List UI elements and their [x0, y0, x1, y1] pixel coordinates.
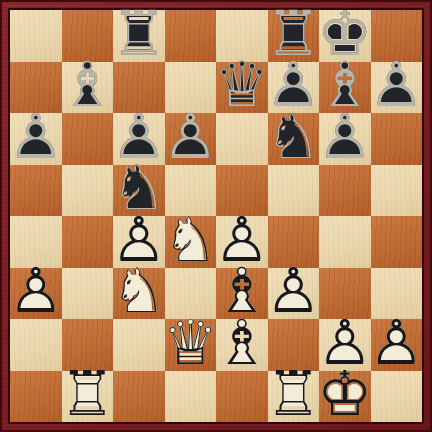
piece-white-pawn[interactable]: ♟♙: [319, 319, 371, 371]
piece-black-knight[interactable]: ♞♘: [113, 165, 165, 217]
square-e8[interactable]: [216, 10, 268, 62]
piece-white-queen[interactable]: ♛♕: [165, 319, 217, 371]
square-a4[interactable]: [10, 216, 62, 268]
square-d7[interactable]: [165, 62, 217, 114]
square-e7[interactable]: ♛♕: [216, 62, 268, 114]
black-pawn-outline: ♙: [317, 106, 373, 168]
square-g5[interactable]: [319, 165, 371, 217]
piece-black-pawn[interactable]: ♟♙: [319, 113, 371, 165]
piece-black-queen[interactable]: ♛♕: [216, 62, 268, 114]
square-e5[interactable]: [216, 165, 268, 217]
piece-white-bishop[interactable]: ♝♗: [216, 319, 268, 371]
white-pawn-glyph: ♟: [214, 209, 270, 271]
square-e2[interactable]: ♝♗: [216, 319, 268, 371]
black-knight-outline: ♘: [111, 157, 167, 219]
black-rook-glyph: ♜: [111, 3, 167, 65]
piece-white-knight[interactable]: ♞♘: [165, 216, 217, 268]
square-d4[interactable]: ♞♘: [165, 216, 217, 268]
white-pawn-outline: ♙: [265, 260, 321, 322]
white-bishop-outline: ♗: [214, 312, 270, 374]
piece-white-pawn[interactable]: ♟♙: [216, 216, 268, 268]
piece-white-pawn[interactable]: ♟♙: [268, 268, 320, 320]
square-f6[interactable]: ♞♘: [268, 113, 320, 165]
square-a5[interactable]: [10, 165, 62, 217]
black-bishop-glyph: ♝: [59, 54, 115, 116]
white-queen-glyph: ♛: [162, 312, 218, 374]
square-f8[interactable]: ♜♖: [268, 10, 320, 62]
square-h1[interactable]: [371, 371, 423, 423]
black-pawn-glyph: ♟: [111, 106, 167, 168]
white-knight-outline: ♘: [162, 209, 218, 271]
white-pawn-glyph: ♟: [317, 312, 373, 374]
white-rook-outline: ♖: [265, 363, 321, 425]
square-b6[interactable]: [62, 113, 114, 165]
white-bishop-glyph: ♝: [214, 260, 270, 322]
black-queen-glyph: ♛: [214, 54, 270, 116]
black-pawn-glyph: ♟: [162, 106, 218, 168]
black-pawn-outline: ♙: [265, 54, 321, 116]
square-h3[interactable]: [371, 268, 423, 320]
piece-black-pawn[interactable]: ♟♙: [268, 62, 320, 114]
square-b8[interactable]: [62, 10, 114, 62]
piece-black-knight[interactable]: ♞♘: [268, 113, 320, 165]
square-c5[interactable]: ♞♘: [113, 165, 165, 217]
square-g1[interactable]: ♚♔: [319, 371, 371, 423]
square-g4[interactable]: [319, 216, 371, 268]
square-g2[interactable]: ♟♙: [319, 319, 371, 371]
square-g6[interactable]: ♟♙: [319, 113, 371, 165]
square-e4[interactable]: ♟♙: [216, 216, 268, 268]
white-pawn-outline: ♙: [214, 209, 270, 271]
black-knight-outline: ♘: [265, 106, 321, 168]
square-f4[interactable]: [268, 216, 320, 268]
square-a1[interactable]: [10, 371, 62, 423]
black-bishop-outline: ♗: [59, 54, 115, 116]
square-g3[interactable]: [319, 268, 371, 320]
white-queen-outline: ♕: [162, 312, 218, 374]
square-h4[interactable]: [371, 216, 423, 268]
black-queen-outline: ♕: [214, 54, 270, 116]
black-knight-glyph: ♞: [111, 157, 167, 219]
black-pawn-glyph: ♟: [317, 106, 373, 168]
square-b5[interactable]: [62, 165, 114, 217]
square-b1[interactable]: ♜♖: [62, 371, 114, 423]
piece-black-pawn[interactable]: ♟♙: [113, 113, 165, 165]
black-pawn-outline: ♙: [368, 54, 424, 116]
white-pawn-glyph: ♟: [265, 260, 321, 322]
black-king-outline: ♔: [317, 3, 373, 65]
piece-black-bishop[interactable]: ♝♗: [319, 62, 371, 114]
white-pawn-glyph: ♟: [368, 312, 424, 374]
black-pawn-glyph: ♟: [368, 54, 424, 116]
square-d3[interactable]: [165, 268, 217, 320]
square-c8[interactable]: ♜♖: [113, 10, 165, 62]
white-rook-glyph: ♜: [265, 363, 321, 425]
square-e3[interactable]: ♝♗: [216, 268, 268, 320]
square-h5[interactable]: [371, 165, 423, 217]
white-bishop-glyph: ♝: [214, 312, 270, 374]
square-h8[interactable]: [371, 10, 423, 62]
square-f2[interactable]: [268, 319, 320, 371]
square-a7[interactable]: [10, 62, 62, 114]
square-f3[interactable]: ♟♙: [268, 268, 320, 320]
square-g7[interactable]: ♝♗: [319, 62, 371, 114]
piece-black-pawn[interactable]: ♟♙: [165, 113, 217, 165]
square-h7[interactable]: ♟♙: [371, 62, 423, 114]
square-f5[interactable]: [268, 165, 320, 217]
square-a2[interactable]: [10, 319, 62, 371]
square-d1[interactable]: [165, 371, 217, 423]
white-pawn-outline: ♙: [111, 209, 167, 271]
black-pawn-glyph: ♟: [265, 54, 321, 116]
black-rook-outline: ♖: [265, 3, 321, 65]
white-bishop-outline: ♗: [214, 260, 270, 322]
square-h2[interactable]: ♟♙: [371, 319, 423, 371]
square-c7[interactable]: [113, 62, 165, 114]
white-pawn-glyph: ♟: [8, 260, 64, 322]
square-h6[interactable]: [371, 113, 423, 165]
black-king-glyph: ♚: [317, 3, 373, 65]
white-rook-outline: ♖: [59, 363, 115, 425]
square-c6[interactable]: ♟♙: [113, 113, 165, 165]
piece-white-king[interactable]: ♚♔: [319, 371, 371, 423]
white-king-glyph: ♚: [317, 363, 373, 425]
piece-white-rook[interactable]: ♜♖: [268, 371, 320, 423]
square-f1[interactable]: ♜♖: [268, 371, 320, 423]
white-rook-glyph: ♜: [59, 363, 115, 425]
square-d2[interactable]: ♛♕: [165, 319, 217, 371]
black-rook-glyph: ♜: [265, 3, 321, 65]
black-pawn-outline: ♙: [111, 106, 167, 168]
piece-black-rook[interactable]: ♜♖: [268, 10, 320, 62]
square-d6[interactable]: ♟♙: [165, 113, 217, 165]
square-e6[interactable]: [216, 113, 268, 165]
piece-black-rook[interactable]: ♜♖: [113, 10, 165, 62]
piece-black-pawn[interactable]: ♟♙: [371, 62, 423, 114]
square-d5[interactable]: [165, 165, 217, 217]
white-king-outline: ♔: [317, 363, 373, 425]
white-pawn-outline: ♙: [368, 312, 424, 374]
black-rook-outline: ♖: [111, 3, 167, 65]
white-knight-glyph: ♞: [111, 260, 167, 322]
square-a6[interactable]: ♟♙: [10, 113, 62, 165]
white-pawn-outline: ♙: [8, 260, 64, 322]
square-a8[interactable]: [10, 10, 62, 62]
square-b3[interactable]: [62, 268, 114, 320]
white-pawn-outline: ♙: [317, 312, 373, 374]
black-pawn-outline: ♙: [162, 106, 218, 168]
square-b4[interactable]: [62, 216, 114, 268]
square-f7[interactable]: ♟♙: [268, 62, 320, 114]
square-d8[interactable]: [165, 10, 217, 62]
black-pawn-outline: ♙: [8, 106, 64, 168]
square-e1[interactable]: [216, 371, 268, 423]
piece-white-knight[interactable]: ♞♘: [113, 268, 165, 320]
piece-black-king[interactable]: ♚♔: [319, 10, 371, 62]
square-g8[interactable]: ♚♔: [319, 10, 371, 62]
piece-white-pawn[interactable]: ♟♙: [10, 268, 62, 320]
piece-black-pawn[interactable]: ♟♙: [10, 113, 62, 165]
board-frame: ♜♖♜♖♚♔♝♗♛♕♟♙♝♗♟♙♟♙♟♙♟♙♞♘♟♙♞♘♟♙♞♘♟♙♟♙♞♘♝♗…: [0, 0, 432, 432]
square-c2[interactable]: [113, 319, 165, 371]
square-c1[interactable]: [113, 371, 165, 423]
white-pawn-glyph: ♟: [111, 209, 167, 271]
black-knight-glyph: ♞: [265, 106, 321, 168]
piece-white-pawn[interactable]: ♟♙: [113, 216, 165, 268]
piece-black-bishop[interactable]: ♝♗: [62, 62, 114, 114]
piece-white-rook[interactable]: ♜♖: [62, 371, 114, 423]
black-bishop-outline: ♗: [317, 54, 373, 116]
square-b2[interactable]: [62, 319, 114, 371]
piece-white-pawn[interactable]: ♟♙: [371, 319, 423, 371]
white-knight-glyph: ♞: [162, 209, 218, 271]
square-b7[interactable]: ♝♗: [62, 62, 114, 114]
chess-board: ♜♖♜♖♚♔♝♗♛♕♟♙♝♗♟♙♟♙♟♙♟♙♞♘♟♙♞♘♟♙♞♘♟♙♟♙♞♘♝♗…: [10, 10, 422, 422]
black-bishop-glyph: ♝: [317, 54, 373, 116]
piece-white-bishop[interactable]: ♝♗: [216, 268, 268, 320]
white-knight-outline: ♘: [111, 260, 167, 322]
square-a3[interactable]: ♟♙: [10, 268, 62, 320]
square-c3[interactable]: ♞♘: [113, 268, 165, 320]
black-pawn-glyph: ♟: [8, 106, 64, 168]
square-c4[interactable]: ♟♙: [113, 216, 165, 268]
